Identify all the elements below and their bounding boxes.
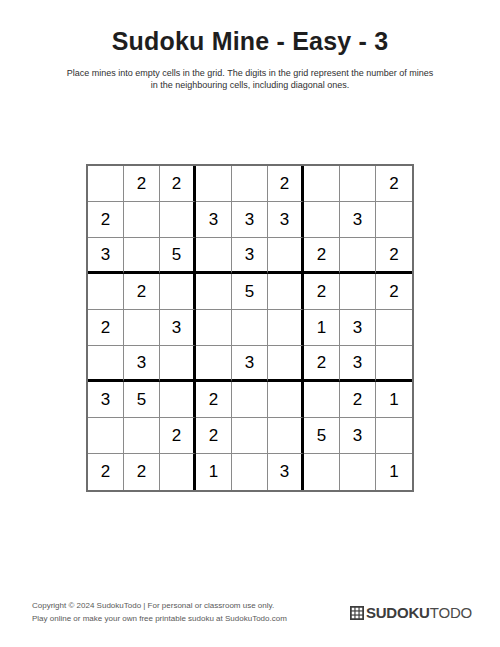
grid-cell-r4c2[interactable]: 2 (124, 274, 160, 310)
grid-cell-r1c3[interactable]: 2 (160, 166, 196, 202)
grid-cell-r7c1[interactable]: 3 (88, 382, 124, 418)
grid-cell-r7c4[interactable]: 2 (196, 382, 232, 418)
grid-cell-r6c3[interactable] (160, 346, 196, 382)
grid-cell-r5c1[interactable]: 2 (88, 310, 124, 346)
grid-cell-r6c5[interactable]: 3 (232, 346, 268, 382)
grid-cell-r5c5[interactable] (232, 310, 268, 346)
grid-cell-r1c7[interactable] (304, 166, 340, 202)
printable-page: Sudoku Mine - Easy - 3 Place mines into … (0, 0, 500, 647)
grid-cell-r1c6[interactable]: 2 (268, 166, 304, 202)
grid-cell-r3c5[interactable]: 3 (232, 238, 268, 274)
grid-cell-r9c2[interactable]: 2 (124, 454, 160, 490)
grid-cell-r1c5[interactable] (232, 166, 268, 202)
grid-cell-r7c9[interactable]: 1 (376, 382, 412, 418)
copyright-line-2: Play online or make your own free printa… (32, 613, 287, 626)
grid-cell-r3c9[interactable]: 2 (376, 238, 412, 274)
grid-cell-r8c8[interactable]: 3 (340, 418, 376, 454)
grid-cell-r6c7[interactable]: 2 (304, 346, 340, 382)
page-title: Sudoku Mine - Easy - 3 (0, 0, 500, 56)
grid-cell-r4c5[interactable]: 5 (232, 274, 268, 310)
grid-cell-r3c7[interactable]: 2 (304, 238, 340, 274)
grid-cell-r9c4[interactable]: 1 (196, 454, 232, 490)
grid-cell-r4c8[interactable] (340, 274, 376, 310)
sudokutodo-logo: SUDOKUTODO (350, 604, 472, 621)
grid-cell-r2c8[interactable]: 3 (340, 202, 376, 238)
grid-cell-r5c3[interactable]: 3 (160, 310, 196, 346)
grid-cell-r5c4[interactable] (196, 310, 232, 346)
grid-cell-r9c5[interactable] (232, 454, 268, 490)
grid-cell-r1c2[interactable]: 2 (124, 166, 160, 202)
grid-cell-r4c1[interactable] (88, 274, 124, 310)
instructions: Place mines into empty cells in the grid… (50, 67, 450, 91)
grid-cell-r4c4[interactable] (196, 274, 232, 310)
grid-cell-r6c9[interactable] (376, 346, 412, 382)
grid-cell-r2c2[interactable] (124, 202, 160, 238)
grid-cell-r7c2[interactable]: 5 (124, 382, 160, 418)
grid-cell-r3c1[interactable]: 3 (88, 238, 124, 274)
copyright-text: Copyright © 2024 SudokuTodo | For person… (32, 600, 287, 625)
grid-cell-r3c2[interactable] (124, 238, 160, 274)
grid-cell-r3c3[interactable]: 5 (160, 238, 196, 274)
grid-cell-r6c2[interactable]: 3 (124, 346, 160, 382)
grid-cell-r1c8[interactable] (340, 166, 376, 202)
grid-cell-r8c2[interactable] (124, 418, 160, 454)
grid-cell-r7c3[interactable] (160, 382, 196, 418)
grid-cell-r4c3[interactable] (160, 274, 196, 310)
logo-text-todo: TODO (430, 604, 472, 621)
grid-cell-r6c6[interactable] (268, 346, 304, 382)
grid-cell-r5c8[interactable]: 3 (340, 310, 376, 346)
grid-cell-r2c1[interactable]: 2 (88, 202, 124, 238)
grid-cell-r2c5[interactable]: 3 (232, 202, 268, 238)
grid-cell-r9c7[interactable] (304, 454, 340, 490)
grid-cell-r2c6[interactable]: 3 (268, 202, 304, 238)
grid-cell-r5c7[interactable]: 1 (304, 310, 340, 346)
grid-cell-r2c4[interactable]: 3 (196, 202, 232, 238)
grid-cell-r1c1[interactable] (88, 166, 124, 202)
grid-cell-r9c3[interactable] (160, 454, 196, 490)
footer: Copyright © 2024 SudokuTodo | For person… (32, 600, 472, 625)
grid-cell-r6c8[interactable]: 3 (340, 346, 376, 382)
sudoku-grid-icon (350, 606, 364, 620)
grid-cell-r4c7[interactable]: 2 (304, 274, 340, 310)
grid-cell-r3c4[interactable] (196, 238, 232, 274)
grid-cell-r5c6[interactable] (268, 310, 304, 346)
copyright-line-1: Copyright © 2024 SudokuTodo | For person… (32, 600, 287, 613)
grid-cell-r8c4[interactable]: 2 (196, 418, 232, 454)
grid-cell-r5c2[interactable] (124, 310, 160, 346)
grid-cell-r3c8[interactable] (340, 238, 376, 274)
instructions-line-2: in the neighbouring cells, including dia… (50, 79, 450, 91)
logo-text-sudoku: SUDOKU (366, 604, 430, 621)
grid-cell-r6c1[interactable] (88, 346, 124, 382)
grid-cell-r4c6[interactable] (268, 274, 304, 310)
grid-cell-r8c1[interactable] (88, 418, 124, 454)
grid-cell-r8c3[interactable]: 2 (160, 418, 196, 454)
instructions-line-1: Place mines into empty cells in the grid… (50, 67, 450, 79)
grid-cell-r3c6[interactable] (268, 238, 304, 274)
grid-cell-r1c9[interactable]: 2 (376, 166, 412, 202)
grid-cell-r6c4[interactable] (196, 346, 232, 382)
grid-cell-r7c8[interactable]: 2 (340, 382, 376, 418)
grid-cell-r5c9[interactable] (376, 310, 412, 346)
grid-cell-r9c8[interactable] (340, 454, 376, 490)
logo-text: SUDOKUTODO (366, 604, 472, 621)
grid-cell-r9c6[interactable]: 3 (268, 454, 304, 490)
grid-cell-r9c9[interactable]: 1 (376, 454, 412, 490)
grid-cell-r8c7[interactable]: 5 (304, 418, 340, 454)
sudoku-grid: 2222233333532225222313332335221225322131 (86, 164, 414, 492)
grid-cell-r9c1[interactable]: 2 (88, 454, 124, 490)
grid-container: 2222233333532225222313332335221225322131 (86, 164, 414, 492)
grid-cell-r8c6[interactable] (268, 418, 304, 454)
grid-cell-r7c6[interactable] (268, 382, 304, 418)
grid-cell-r4c9[interactable]: 2 (376, 274, 412, 310)
grid-cell-r2c9[interactable] (376, 202, 412, 238)
grid-cell-r8c9[interactable] (376, 418, 412, 454)
grid-cell-r8c5[interactable] (232, 418, 268, 454)
grid-cell-r2c7[interactable] (304, 202, 340, 238)
grid-cell-r7c5[interactable] (232, 382, 268, 418)
grid-cell-r2c3[interactable] (160, 202, 196, 238)
grid-cell-r7c7[interactable] (304, 382, 340, 418)
grid-cell-r1c4[interactable] (196, 166, 232, 202)
